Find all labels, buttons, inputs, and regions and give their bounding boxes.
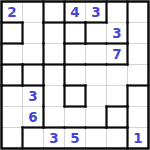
cell-r4c1[interactable] <box>2 65 23 86</box>
given-digit-r2c6: 3 <box>112 25 121 41</box>
cell-r6c5[interactable] <box>86 107 107 128</box>
cell-r6c3[interactable] <box>44 107 65 128</box>
cell-r6c4[interactable] <box>65 107 86 128</box>
cell-r5c6[interactable] <box>107 86 128 107</box>
given-digit-r7c7: 1 <box>133 130 142 146</box>
cell-r2c5[interactable] <box>86 23 107 44</box>
cell-r5c3[interactable] <box>44 86 65 107</box>
cell-r1c7[interactable] <box>128 2 149 23</box>
given-digit-r6c2: 6 <box>28 109 37 125</box>
given-digit-r3c6: 7 <box>112 46 121 62</box>
cell-r2c1[interactable] <box>2 23 23 44</box>
cell-r7c5[interactable] <box>86 128 107 149</box>
cell-r6c1[interactable] <box>2 107 23 128</box>
cell-r3c1[interactable] <box>2 44 23 65</box>
cell-r4c5[interactable] <box>86 65 107 86</box>
cell-r3c4[interactable] <box>65 44 86 65</box>
cell-r1c6[interactable] <box>107 2 128 23</box>
cell-r7c1[interactable] <box>2 128 23 149</box>
given-digit-r7c4: 5 <box>70 130 79 146</box>
cell-r4c6[interactable] <box>107 65 128 86</box>
given-digit-r1c5: 3 <box>91 4 100 20</box>
given-digit-r7c3: 3 <box>49 130 58 146</box>
board-svg: 2433736351 <box>0 0 150 150</box>
cell-r3c2[interactable] <box>23 44 44 65</box>
cell-r1c3[interactable] <box>44 2 65 23</box>
cell-r7c2[interactable] <box>23 128 44 149</box>
cell-r6c7[interactable] <box>128 107 149 128</box>
cell-r4c2[interactable] <box>23 65 44 86</box>
cell-r5c5[interactable] <box>86 86 107 107</box>
cell-r6c6[interactable] <box>107 107 128 128</box>
cell-r2c3[interactable] <box>44 23 65 44</box>
cell-r2c2[interactable] <box>23 23 44 44</box>
cell-r4c4[interactable] <box>65 65 86 86</box>
cell-r3c5[interactable] <box>86 44 107 65</box>
cell-r2c7[interactable] <box>128 23 149 44</box>
cell-r1c2[interactable] <box>23 2 44 23</box>
given-digit-r1c4: 4 <box>70 4 79 20</box>
puzzle-app: 2433736351 <box>0 0 150 150</box>
given-digit-r1c1: 2 <box>7 4 16 20</box>
given-digit-r5c2: 3 <box>28 88 37 104</box>
puzzle-board[interactable]: 2433736351 <box>0 0 150 150</box>
cell-r4c7[interactable] <box>128 65 149 86</box>
cell-r5c1[interactable] <box>2 86 23 107</box>
cell-r2c4[interactable] <box>65 23 86 44</box>
cell-r3c7[interactable] <box>128 44 149 65</box>
cell-r7c6[interactable] <box>107 128 128 149</box>
cell-r5c7[interactable] <box>128 86 149 107</box>
cell-r5c4[interactable] <box>65 86 86 107</box>
cell-r3c3[interactable] <box>44 44 65 65</box>
cell-r4c3[interactable] <box>44 65 65 86</box>
